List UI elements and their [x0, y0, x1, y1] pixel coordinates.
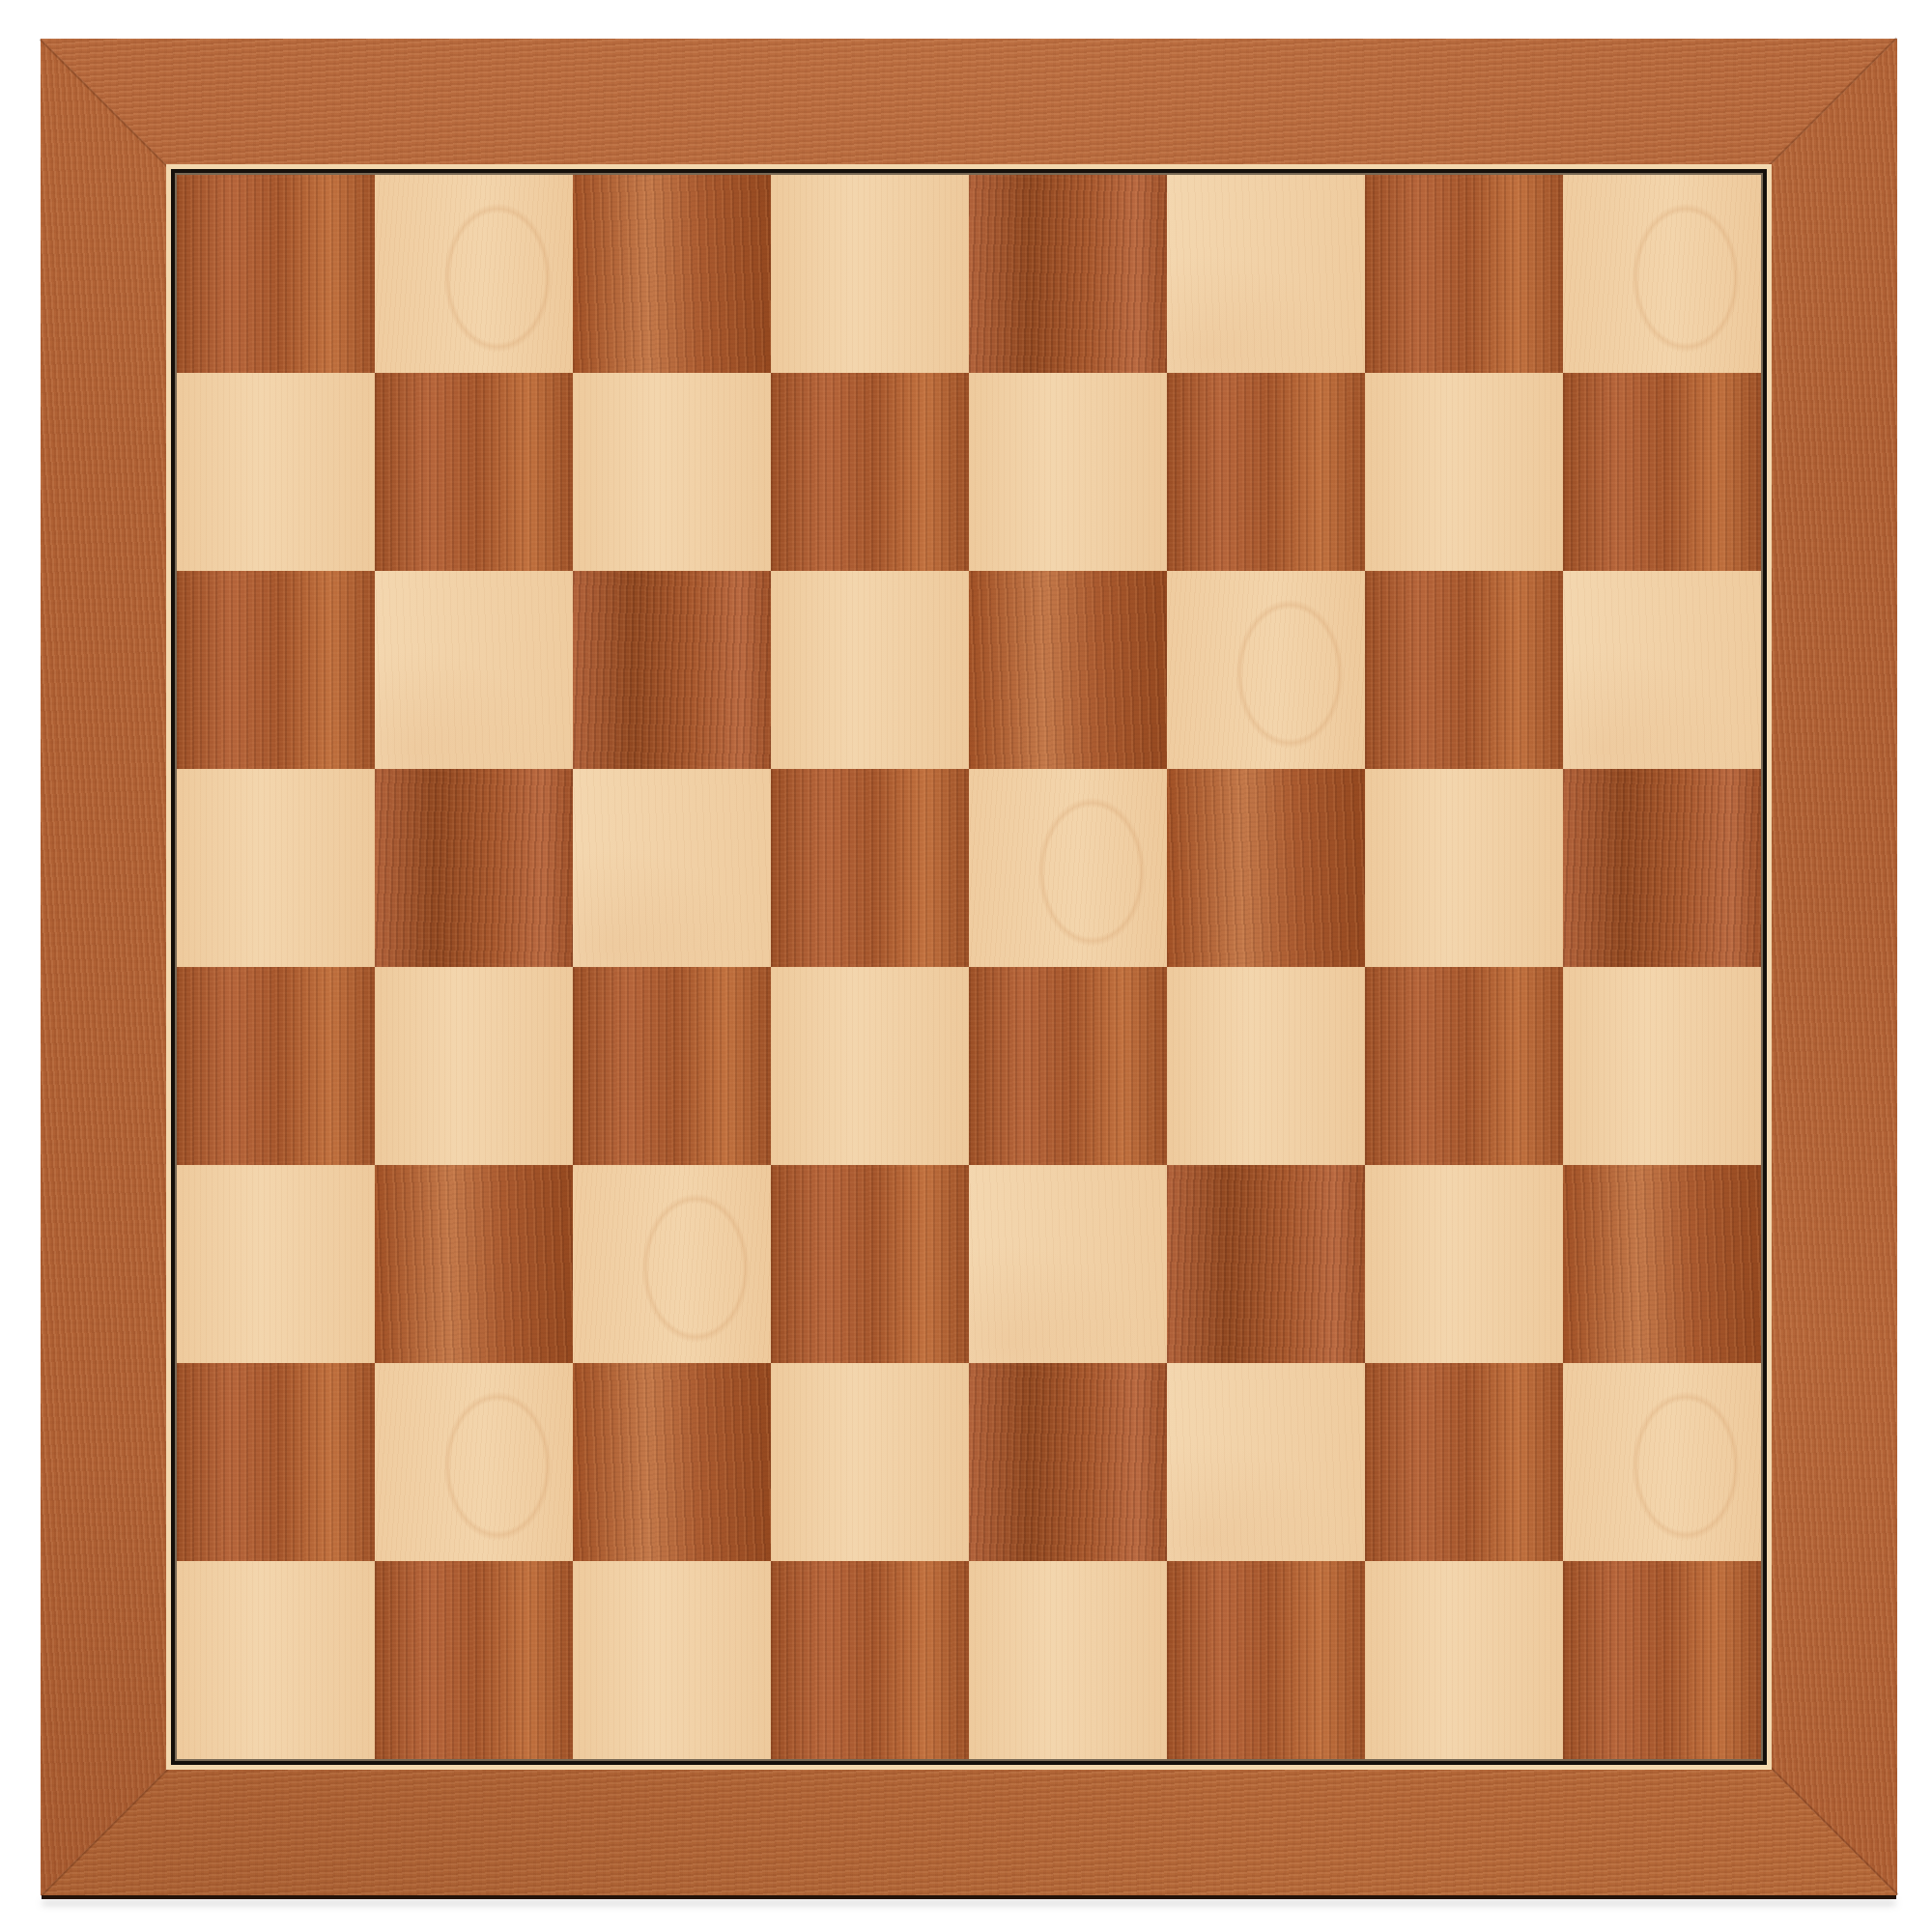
square-g4 [1365, 967, 1563, 1165]
square-g8 [1365, 175, 1563, 373]
product-photo-background [0, 0, 1932, 1932]
square-e6 [969, 571, 1167, 769]
square-b5 [375, 769, 573, 967]
square-h6 [1563, 571, 1761, 769]
square-e4 [969, 967, 1167, 1165]
square-b2 [375, 1363, 573, 1561]
square-e7 [969, 373, 1167, 571]
square-a3 [177, 1165, 375, 1363]
square-d5 [771, 769, 969, 967]
square-g6 [1365, 571, 1563, 769]
square-h1 [1563, 1561, 1761, 1759]
square-d7 [771, 373, 969, 571]
square-c6 [573, 571, 771, 769]
square-e2 [969, 1363, 1167, 1561]
maple-inlay-line [166, 164, 1772, 1770]
square-b1 [375, 1561, 573, 1759]
square-d6 [771, 571, 969, 769]
square-f4 [1167, 967, 1365, 1165]
square-g1 [1365, 1561, 1563, 1759]
square-a8 [177, 175, 375, 373]
square-f1 [1167, 1561, 1365, 1759]
square-g2 [1365, 1363, 1563, 1561]
square-e3 [969, 1165, 1167, 1363]
square-c3 [573, 1165, 771, 1363]
square-c2 [573, 1363, 771, 1561]
square-f5 [1167, 769, 1365, 967]
square-d2 [771, 1363, 969, 1561]
square-d3 [771, 1165, 969, 1363]
square-b7 [375, 373, 573, 571]
square-h5 [1563, 769, 1761, 967]
chess-board [41, 39, 1897, 1895]
square-c5 [573, 769, 771, 967]
square-f8 [1167, 175, 1365, 373]
square-d8 [771, 175, 969, 373]
square-f7 [1167, 373, 1365, 571]
square-c4 [573, 967, 771, 1165]
square-e8 [969, 175, 1167, 373]
square-f2 [1167, 1363, 1365, 1561]
square-h3 [1563, 1165, 1761, 1363]
square-c8 [573, 175, 771, 373]
square-d1 [771, 1561, 969, 1759]
square-a2 [177, 1363, 375, 1561]
square-a1 [177, 1561, 375, 1759]
playing-field [177, 175, 1761, 1759]
square-a4 [177, 967, 375, 1165]
square-a7 [177, 373, 375, 571]
square-a6 [177, 571, 375, 769]
black-inlay-line [171, 169, 1767, 1765]
square-f3 [1167, 1165, 1365, 1363]
square-e1 [969, 1561, 1167, 1759]
square-e5 [969, 769, 1167, 967]
square-g7 [1365, 373, 1563, 571]
square-h2 [1563, 1363, 1761, 1561]
square-h4 [1563, 967, 1761, 1165]
square-c1 [573, 1561, 771, 1759]
square-h7 [1563, 373, 1761, 571]
square-b6 [375, 571, 573, 769]
square-b4 [375, 967, 573, 1165]
square-c7 [573, 373, 771, 571]
square-a5 [177, 769, 375, 967]
square-d4 [771, 967, 969, 1165]
square-b8 [375, 175, 573, 373]
square-g5 [1365, 769, 1563, 967]
square-f6 [1167, 571, 1365, 769]
square-b3 [375, 1165, 573, 1363]
square-g3 [1365, 1165, 1563, 1363]
square-h8 [1563, 175, 1761, 373]
